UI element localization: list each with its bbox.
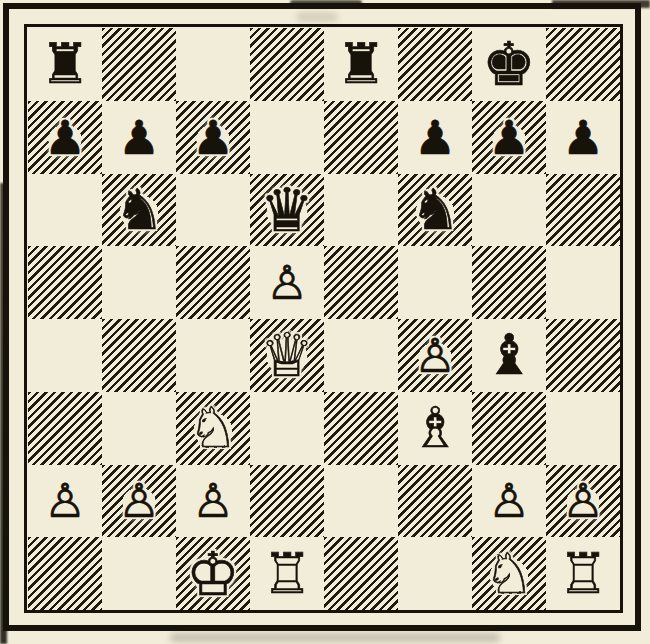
square-g6[interactable] [472, 174, 546, 247]
white-rook-h1: ♖ [552, 544, 614, 604]
square-h8[interactable] [546, 28, 620, 101]
square-a5[interactable] [28, 246, 102, 319]
square-h4[interactable] [546, 319, 620, 392]
square-h1[interactable]: ♖ [546, 537, 620, 610]
print-bleed-bottom [170, 633, 500, 642]
square-c5[interactable] [176, 246, 250, 319]
square-c4[interactable] [176, 319, 250, 392]
square-b6[interactable]: ♞ [102, 174, 176, 247]
square-a4[interactable] [28, 319, 102, 392]
white-king-c1: ♔ [180, 542, 246, 606]
square-c3[interactable]: ♘ [176, 392, 250, 465]
square-a6[interactable] [28, 174, 102, 247]
square-g4[interactable]: ♝ [472, 319, 546, 392]
square-f6[interactable]: ♞ [398, 174, 472, 247]
white-queen-d4: ♕ [254, 323, 320, 387]
square-g3[interactable] [472, 392, 546, 465]
square-f3[interactable]: ♗ [398, 392, 472, 465]
square-d1[interactable]: ♖ [250, 537, 324, 610]
square-b7[interactable]: ♟ [102, 101, 176, 174]
black-king-g8: ♚ [476, 32, 542, 96]
square-g7[interactable]: ♟ [472, 101, 546, 174]
square-h3[interactable] [546, 392, 620, 465]
square-f7[interactable]: ♟ [398, 101, 472, 174]
square-d2[interactable] [250, 465, 324, 538]
black-rook-e8: ♜ [330, 34, 392, 94]
square-d7[interactable] [250, 101, 324, 174]
white-pawn-a2: ♙ [38, 475, 92, 526]
square-c8[interactable] [176, 28, 250, 101]
black-queen-d6: ♛ [254, 178, 320, 242]
square-e2[interactable] [324, 465, 398, 538]
white-pawn-d5: ♙ [260, 257, 314, 308]
square-a1[interactable] [28, 537, 102, 610]
white-pawn-f4: ♙ [408, 330, 462, 381]
square-b8[interactable] [102, 28, 176, 101]
square-h6[interactable] [546, 174, 620, 247]
white-knight-c3: ♘ [182, 398, 244, 458]
square-b4[interactable] [102, 319, 176, 392]
square-b5[interactable] [102, 246, 176, 319]
square-a3[interactable] [28, 392, 102, 465]
square-d5[interactable]: ♙ [250, 246, 324, 319]
square-e3[interactable] [324, 392, 398, 465]
square-d4[interactable]: ♕ [250, 319, 324, 392]
square-d6[interactable]: ♛ [250, 174, 324, 247]
square-a7[interactable]: ♟ [28, 101, 102, 174]
square-h2[interactable]: ♙ [546, 465, 620, 538]
white-rook-d1: ♖ [256, 544, 318, 604]
black-knight-b6: ♞ [108, 180, 170, 240]
white-bishop-f3: ♗ [404, 398, 466, 458]
black-bishop-g4: ♝ [478, 325, 540, 385]
square-e5[interactable] [324, 246, 398, 319]
square-b2[interactable]: ♙ [102, 465, 176, 538]
square-f1[interactable] [398, 537, 472, 610]
square-a2[interactable]: ♙ [28, 465, 102, 538]
black-knight-f6: ♞ [404, 180, 466, 240]
black-pawn-c7: ♟ [186, 112, 240, 163]
square-f4[interactable]: ♙ [398, 319, 472, 392]
white-pawn-c2: ♙ [186, 475, 240, 526]
square-g5[interactable] [472, 246, 546, 319]
square-e6[interactable] [324, 174, 398, 247]
white-pawn-b2: ♙ [112, 475, 166, 526]
square-e7[interactable] [324, 101, 398, 174]
square-f5[interactable] [398, 246, 472, 319]
square-c2[interactable]: ♙ [176, 465, 250, 538]
square-h5[interactable] [546, 246, 620, 319]
square-f2[interactable] [398, 465, 472, 538]
square-d3[interactable] [250, 392, 324, 465]
square-e8[interactable]: ♜ [324, 28, 398, 101]
book-page: ♜♜♚♟♟♟♟♟♟♞♛♞♙♕♙♝♘♗♙♙♙♙♙♔♖♘♖ [0, 0, 650, 644]
square-a8[interactable]: ♜ [28, 28, 102, 101]
square-h7[interactable]: ♟ [546, 101, 620, 174]
black-pawn-h7: ♟ [556, 112, 610, 163]
black-pawn-a7: ♟ [38, 112, 92, 163]
black-pawn-b7: ♟ [112, 112, 166, 163]
white-pawn-g2: ♙ [482, 475, 536, 526]
square-e4[interactable] [324, 319, 398, 392]
square-e1[interactable] [324, 537, 398, 610]
square-c7[interactable]: ♟ [176, 101, 250, 174]
black-pawn-f7: ♟ [408, 112, 462, 163]
square-g1[interactable]: ♘ [472, 537, 546, 610]
square-g8[interactable]: ♚ [472, 28, 546, 101]
chess-board: ♜♜♚♟♟♟♟♟♟♞♛♞♙♕♙♝♘♗♙♙♙♙♙♔♖♘♖ [28, 28, 620, 610]
black-rook-a8: ♜ [34, 34, 96, 94]
black-pawn-g7: ♟ [482, 112, 536, 163]
square-b3[interactable] [102, 392, 176, 465]
white-knight-g1: ♘ [478, 544, 540, 604]
square-f8[interactable] [398, 28, 472, 101]
square-d8[interactable] [250, 28, 324, 101]
white-pawn-h2: ♙ [556, 475, 610, 526]
square-c6[interactable] [176, 174, 250, 247]
square-g2[interactable]: ♙ [472, 465, 546, 538]
square-c1[interactable]: ♔ [176, 537, 250, 610]
square-b1[interactable] [102, 537, 176, 610]
